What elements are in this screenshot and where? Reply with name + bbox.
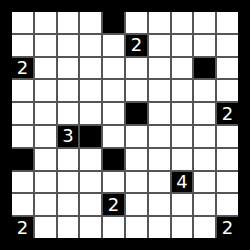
black-cell-r1c5[interactable] <box>103 12 124 33</box>
white-cell-r8c10[interactable] <box>217 172 238 193</box>
white-cell-r8c3[interactable] <box>58 172 79 193</box>
white-cell-r10c2[interactable] <box>35 217 56 238</box>
white-cell-r2c9[interactable] <box>194 35 215 56</box>
white-cell-r3c10[interactable] <box>217 58 238 79</box>
white-cell-r1c7[interactable] <box>149 12 170 33</box>
clue-cell-r9c5[interactable]: 2 <box>103 194 124 215</box>
white-cell-r5c3[interactable] <box>58 103 79 124</box>
white-cell-r4c9[interactable] <box>194 80 215 101</box>
white-cell-r4c7[interactable] <box>149 80 170 101</box>
clue-cell-r3c1[interactable]: 2 <box>12 58 33 79</box>
white-cell-r6c2[interactable] <box>35 126 56 147</box>
white-cell-r4c3[interactable] <box>58 80 79 101</box>
clue-cell-r2c6[interactable]: 2 <box>126 35 147 56</box>
white-cell-r9c9[interactable] <box>194 194 215 215</box>
white-cell-r1c8[interactable] <box>172 12 193 33</box>
white-cell-r1c2[interactable] <box>35 12 56 33</box>
white-cell-r3c4[interactable] <box>80 58 101 79</box>
black-cell-r5c6[interactable] <box>126 103 147 124</box>
white-cell-r2c1[interactable] <box>12 35 33 56</box>
black-cell-r7c1[interactable] <box>12 149 33 170</box>
white-cell-r8c5[interactable] <box>103 172 124 193</box>
white-cell-r8c7[interactable] <box>149 172 170 193</box>
white-cell-r8c2[interactable] <box>35 172 56 193</box>
white-cell-r3c6[interactable] <box>126 58 147 79</box>
white-cell-r5c1[interactable] <box>12 103 33 124</box>
white-cell-r1c6[interactable] <box>126 12 147 33</box>
white-cell-r5c8[interactable] <box>172 103 193 124</box>
clue-cell-r6c3[interactable]: 3 <box>58 126 79 147</box>
white-cell-r9c2[interactable] <box>35 194 56 215</box>
white-cell-r2c8[interactable] <box>172 35 193 56</box>
white-cell-r1c4[interactable] <box>80 12 101 33</box>
white-cell-r7c9[interactable] <box>194 149 215 170</box>
white-cell-r4c1[interactable] <box>12 80 33 101</box>
white-cell-r9c10[interactable] <box>217 194 238 215</box>
white-cell-r5c7[interactable] <box>149 103 170 124</box>
white-cell-r6c8[interactable] <box>172 126 193 147</box>
white-cell-r5c4[interactable] <box>80 103 101 124</box>
white-cell-r7c10[interactable] <box>217 149 238 170</box>
white-cell-r10c7[interactable] <box>149 217 170 238</box>
white-cell-r2c7[interactable] <box>149 35 170 56</box>
white-cell-r6c7[interactable] <box>149 126 170 147</box>
white-cell-r10c9[interactable] <box>194 217 215 238</box>
white-cell-r4c6[interactable] <box>126 80 147 101</box>
white-cell-r4c2[interactable] <box>35 80 56 101</box>
white-cell-r9c3[interactable] <box>58 194 79 215</box>
white-cell-r2c10[interactable] <box>217 35 238 56</box>
white-cell-r10c3[interactable] <box>58 217 79 238</box>
white-cell-r10c6[interactable] <box>126 217 147 238</box>
black-cell-r3c9[interactable] <box>194 58 215 79</box>
white-cell-r9c4[interactable] <box>80 194 101 215</box>
white-cell-r7c3[interactable] <box>58 149 79 170</box>
white-cell-r6c5[interactable] <box>103 126 124 147</box>
white-cell-r8c1[interactable] <box>12 172 33 193</box>
white-cell-r3c5[interactable] <box>103 58 124 79</box>
clue-cell-r10c10[interactable]: 2 <box>217 217 238 238</box>
white-cell-r2c2[interactable] <box>35 35 56 56</box>
white-cell-r9c1[interactable] <box>12 194 33 215</box>
white-cell-r3c8[interactable] <box>172 58 193 79</box>
white-cell-r3c2[interactable] <box>35 58 56 79</box>
white-cell-r6c6[interactable] <box>126 126 147 147</box>
white-cell-r10c5[interactable] <box>103 217 124 238</box>
white-cell-r9c6[interactable] <box>126 194 147 215</box>
white-cell-r2c3[interactable] <box>58 35 79 56</box>
white-cell-r4c4[interactable] <box>80 80 101 101</box>
white-cell-r10c4[interactable] <box>80 217 101 238</box>
white-cell-r6c9[interactable] <box>194 126 215 147</box>
white-cell-r7c4[interactable] <box>80 149 101 170</box>
white-cell-r9c7[interactable] <box>149 194 170 215</box>
white-cell-r4c5[interactable] <box>103 80 124 101</box>
white-cell-r8c4[interactable] <box>80 172 101 193</box>
white-cell-r3c3[interactable] <box>58 58 79 79</box>
clue-cell-r5c10[interactable]: 2 <box>217 103 238 124</box>
white-cell-r5c2[interactable] <box>35 103 56 124</box>
black-cell-r7c5[interactable] <box>103 149 124 170</box>
white-cell-r10c8[interactable] <box>172 217 193 238</box>
white-cell-r2c5[interactable] <box>103 35 124 56</box>
white-cell-r7c7[interactable] <box>149 149 170 170</box>
white-cell-r4c10[interactable] <box>217 80 238 101</box>
white-cell-r7c8[interactable] <box>172 149 193 170</box>
white-cell-r7c2[interactable] <box>35 149 56 170</box>
white-cell-r1c3[interactable] <box>58 12 79 33</box>
white-cell-r7c6[interactable] <box>126 149 147 170</box>
white-cell-r6c1[interactable] <box>12 126 33 147</box>
white-cell-r8c9[interactable] <box>194 172 215 193</box>
white-cell-r5c5[interactable] <box>103 103 124 124</box>
white-cell-r1c9[interactable] <box>194 12 215 33</box>
white-cell-r2c4[interactable] <box>80 35 101 56</box>
white-cell-r5c9[interactable] <box>194 103 215 124</box>
black-cell-r6c4[interactable] <box>80 126 101 147</box>
white-cell-r3c7[interactable] <box>149 58 170 79</box>
white-cell-r8c6[interactable] <box>126 172 147 193</box>
white-cell-r6c10[interactable] <box>217 126 238 147</box>
white-cell-r1c10[interactable] <box>217 12 238 33</box>
white-cell-r1c1[interactable] <box>12 12 33 33</box>
puzzle-board: 22234222 <box>0 0 250 250</box>
white-cell-r4c8[interactable] <box>172 80 193 101</box>
clue-cell-r10c1[interactable]: 2 <box>12 217 33 238</box>
clue-cell-r8c8[interactable]: 4 <box>172 172 193 193</box>
white-cell-r9c8[interactable] <box>172 194 193 215</box>
